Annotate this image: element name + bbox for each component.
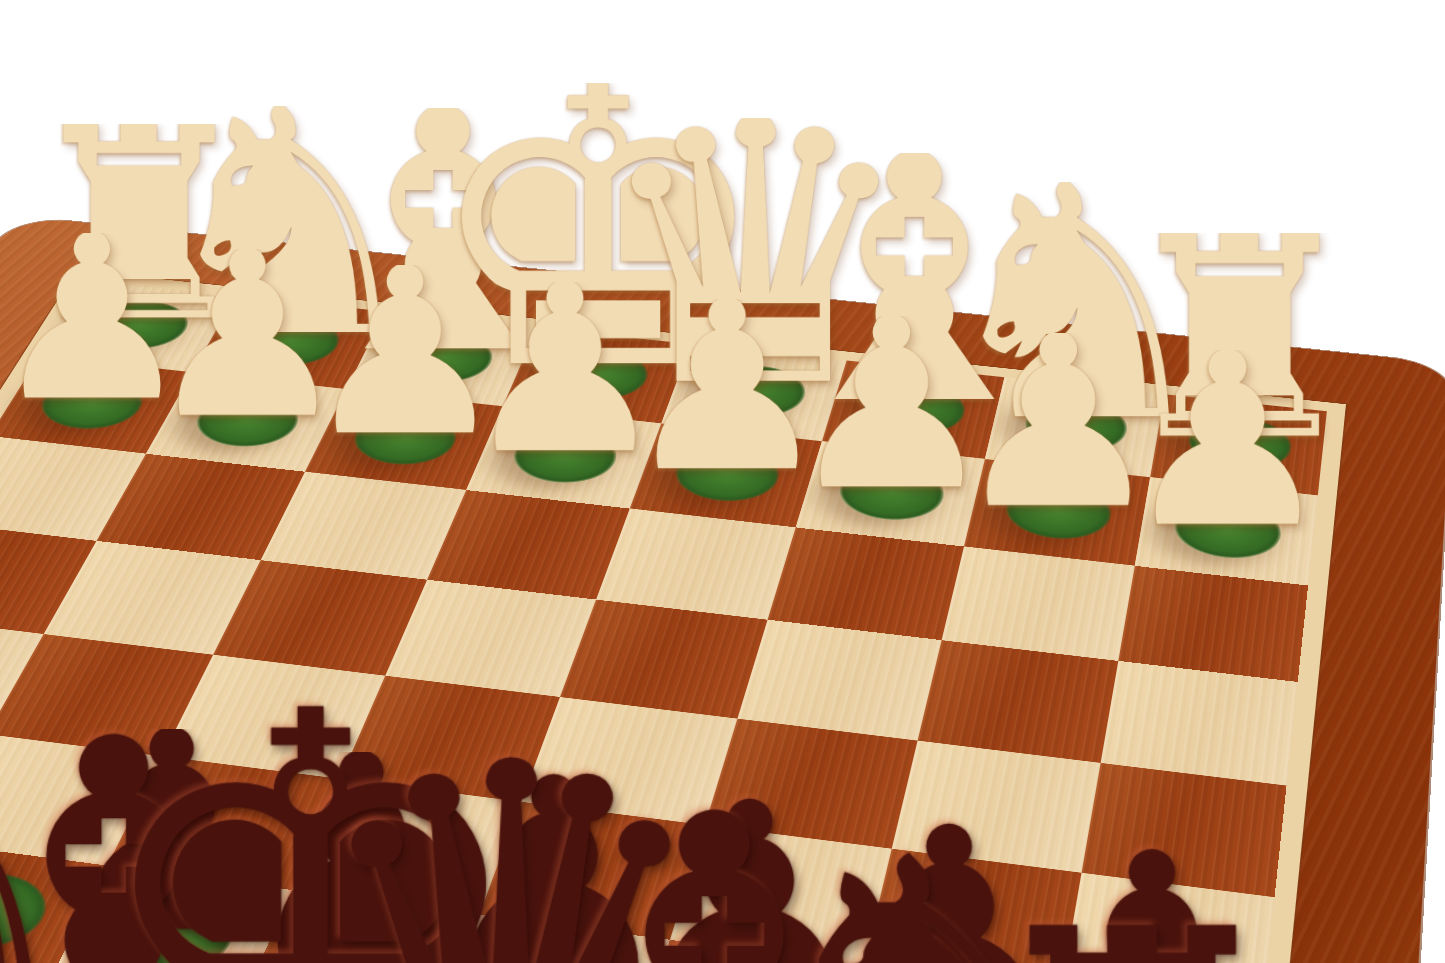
white-pawn: ♟ [945,350,1445,530]
board-grid: ♜♞♝♚♛♝♞♜♟♟♟♟♟♟♟♟♟♟♟♟♟♟♟♟♜♞♝♚♛♝♞♜ [0,280,1327,963]
square-h3 [0,436,146,541]
photo-canvas: ♜♞♝♚♛♝♞♜♟♟♟♟♟♟♟♟♟♟♟♟♟♟♟♟♜♞♝♚♛♝♞♜ [0,0,1445,963]
square-d3 [596,509,796,620]
square-c3 [768,527,964,640]
maple-border: ♜♞♝♚♛♝♞♜♟♟♟♟♟♟♟♟♟♟♟♟♟♟♟♟♜♞♝♚♛♝♞♜ [0,270,1346,963]
chess-board: ♜♞♝♚♛♝♞♜♟♟♟♟♟♟♟♟♟♟♟♟♟♟♟♟♜♞♝♚♛♝♞♜ [0,215,1445,963]
board-scene: ♜♞♝♚♛♝♞♜♟♟♟♟♟♟♟♟♟♟♟♟♟♟♟♟♜♞♝♚♛♝♞♜ [0,0,1445,963]
black-rook: ♜ [779,929,1445,963]
